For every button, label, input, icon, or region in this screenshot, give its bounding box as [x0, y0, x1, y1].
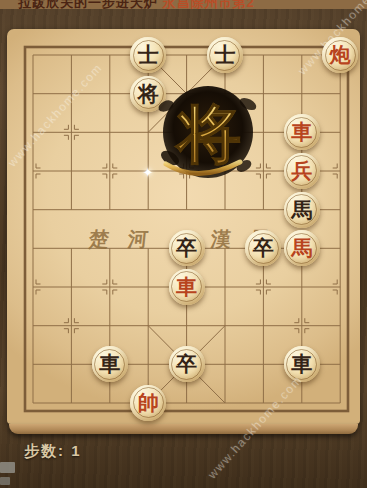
piece-glyph: 馬	[284, 230, 320, 266]
board-bevel-edge	[9, 424, 358, 434]
piece-glyph: 馬	[207, 114, 243, 150]
corner-artifact	[0, 462, 15, 485]
red-piece-馬[interactable]: 馬	[284, 230, 320, 266]
black-piece-車[interactable]: 車	[284, 346, 320, 382]
piece-glyph: 卒	[169, 230, 205, 266]
piece-glyph: 卒	[169, 346, 205, 382]
black-piece-将[interactable]: 将	[130, 76, 166, 112]
article-title-bar: 拉跋欣关的一步进天炉 永昌除州市第2	[0, 0, 367, 9]
black-piece-士[interactable]: 士	[207, 37, 243, 73]
black-piece-馬[interactable]: 馬	[284, 192, 320, 228]
black-piece-士[interactable]: 士	[130, 37, 166, 73]
move-counter: 步数: 1	[24, 442, 82, 461]
piece-glyph: 帥	[130, 385, 166, 421]
piece-glyph: 将	[130, 76, 166, 112]
piece-glyph: 卒	[245, 230, 281, 266]
piece-glyph: 士	[130, 37, 166, 73]
piece-glyph: 車	[169, 269, 205, 305]
black-piece-卒[interactable]: 卒	[169, 230, 205, 266]
piece-glyph: 車	[92, 346, 128, 382]
piece-layer[interactable]: 士士炮将馬車兵馬卒卒馬車車卒車帥	[14, 36, 360, 423]
piece-glyph: 士	[207, 37, 243, 73]
piece-glyph: 車	[284, 114, 320, 150]
red-piece-車[interactable]: 車	[169, 269, 205, 305]
red-piece-炮[interactable]: 炮	[322, 37, 358, 73]
piece-glyph: 車	[284, 346, 320, 382]
black-piece-車[interactable]: 車	[92, 346, 128, 382]
red-piece-兵[interactable]: 兵	[284, 153, 320, 189]
piece-glyph: 炮	[322, 37, 358, 73]
red-piece-車[interactable]: 車	[284, 114, 320, 150]
article-title: 拉跋欣关的一步进天炉 永昌除州市第2	[18, 0, 255, 9]
black-piece-卒[interactable]: 卒	[169, 346, 205, 382]
piece-glyph: 馬	[284, 192, 320, 228]
red-piece-馬[interactable]: 馬	[207, 114, 243, 150]
red-piece-帥[interactable]: 帥	[130, 385, 166, 421]
piece-glyph: 兵	[284, 153, 320, 189]
black-piece-卒[interactable]: 卒	[245, 230, 281, 266]
